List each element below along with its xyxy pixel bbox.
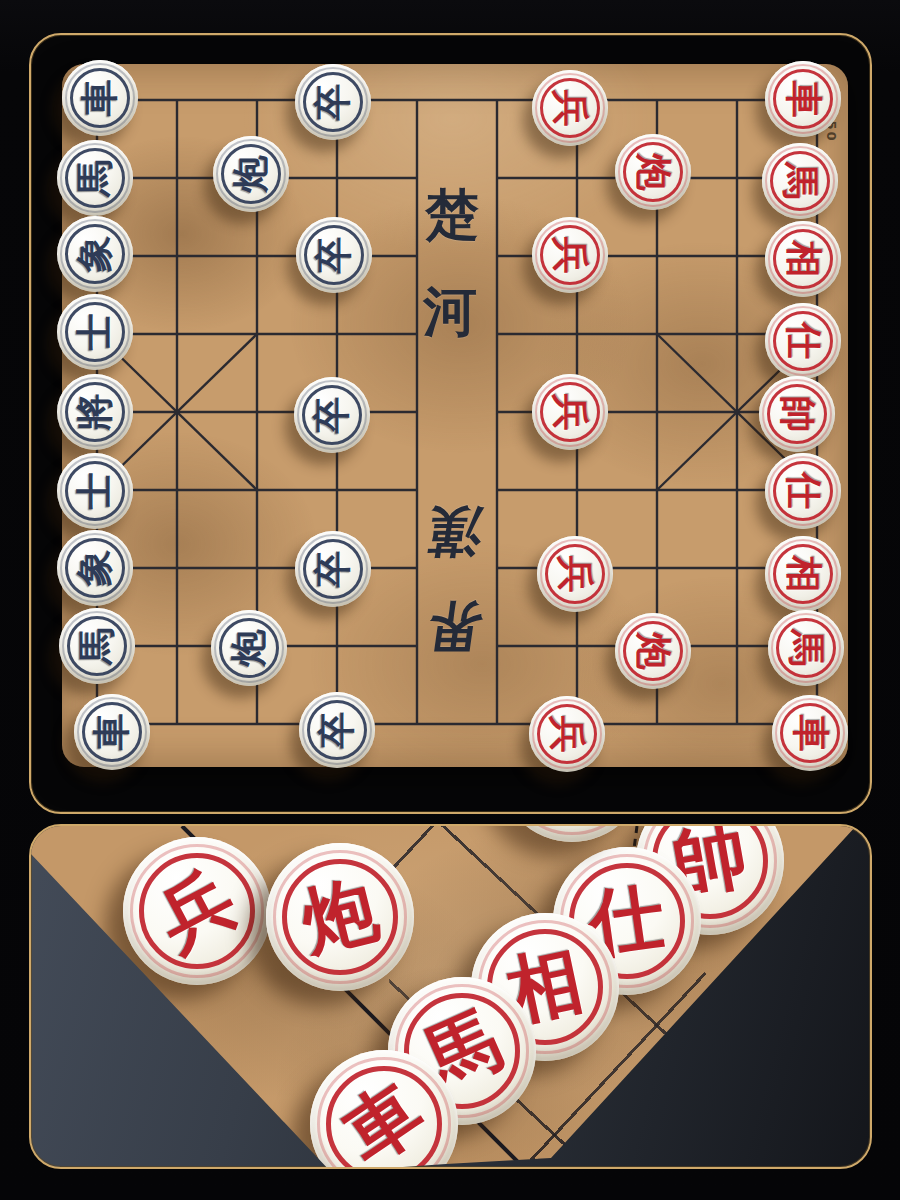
board-photo-panel: 楚河漢界 50 車馬象士將士象馬車炮炮卒卒卒卒卒兵兵兵兵兵炮炮車馬相仕帥仕相馬車 — [29, 33, 872, 814]
piece-red-general[interactable]: 帥 — [759, 376, 835, 452]
river-label-char: 楚 — [425, 188, 479, 242]
piece-black-elephant[interactable]: 象 — [57, 530, 133, 606]
page: 楚河漢界 50 車馬象士將士象馬車炮炮卒卒卒卒卒兵兵兵兵兵炮炮車馬相仕帥仕相馬車… — [0, 0, 900, 1200]
piece-character: 炮 — [213, 136, 289, 212]
piece-red-chariot[interactable]: 車 — [765, 61, 841, 137]
piece-character: 卒 — [295, 64, 371, 140]
piece-red-elephant[interactable]: 相 — [765, 221, 841, 297]
piece-character: 象 — [57, 530, 133, 606]
piece-black-cannon[interactable]: 炮 — [211, 610, 287, 686]
piece-character: 將 — [57, 374, 133, 450]
piece-character: 卒 — [294, 377, 370, 453]
piece-character: 兵 — [532, 217, 608, 293]
piece-red-advisor[interactable]: 仕 — [765, 453, 841, 529]
piece-black-soldier[interactable]: 卒 — [295, 64, 371, 140]
piece-character: 車 — [772, 695, 848, 771]
piece-black-soldier[interactable]: 卒 — [299, 692, 375, 768]
piece-black-advisor[interactable]: 士 — [57, 453, 133, 529]
xiangqi-board-mat: 楚河漢界 50 車馬象士將士象馬車炮炮卒卒卒卒卒兵兵兵兵兵炮炮車馬相仕帥仕相馬車 — [62, 64, 848, 767]
board-grid — [62, 64, 848, 767]
piece-red-soldier[interactable]: 兵 — [532, 374, 608, 450]
piece-black-horse[interactable]: 馬 — [57, 140, 133, 216]
piece-inner-ring — [514, 824, 630, 826]
piece-character: 車 — [765, 61, 841, 137]
piece-red-cannon[interactable]: 炮 — [615, 134, 691, 210]
piece-character: 馬 — [59, 608, 135, 684]
piece-character: 兵 — [532, 374, 608, 450]
closeup-piece-red-partial-piece — [498, 824, 646, 842]
piece-character: 士 — [57, 453, 133, 529]
piece-character: 帥 — [759, 376, 835, 452]
closeup-photo-panel: S 兵炮帥仕相馬車 — [29, 824, 872, 1169]
piece-character: 馬 — [57, 140, 133, 216]
piece-black-soldier[interactable]: 卒 — [294, 377, 370, 453]
river-label-char: 界 — [424, 599, 486, 653]
piece-character: 兵 — [537, 536, 613, 612]
piece-red-horse[interactable]: 馬 — [762, 143, 838, 219]
piece-red-soldier[interactable]: 兵 — [532, 217, 608, 293]
closeup-piece-red-soldier[interactable]: 兵 — [123, 837, 271, 985]
piece-character: 兵 — [532, 70, 608, 146]
piece-red-soldier[interactable]: 兵 — [537, 536, 613, 612]
piece-character: 士 — [57, 294, 133, 370]
piece-red-soldier[interactable]: 兵 — [532, 70, 608, 146]
piece-character: 馬 — [768, 610, 844, 686]
river-label-char: 河 — [423, 285, 477, 339]
piece-red-horse[interactable]: 馬 — [768, 610, 844, 686]
piece-red-cannon[interactable]: 炮 — [615, 613, 691, 689]
piece-character: 車 — [62, 60, 138, 136]
closeup-mat: S 兵炮帥仕相馬車 — [31, 826, 870, 1167]
piece-black-soldier[interactable]: 卒 — [296, 217, 372, 293]
piece-character: 卒 — [296, 217, 372, 293]
piece-character: 卒 — [299, 692, 375, 768]
piece-character: 炮 — [615, 613, 691, 689]
closeup-piece-red-cannon[interactable]: 炮 — [266, 843, 414, 991]
piece-black-elephant[interactable]: 象 — [57, 216, 133, 292]
piece-character: 仕 — [765, 453, 841, 529]
river-label-char: 漢 — [424, 504, 486, 558]
piece-character: 相 — [765, 221, 841, 297]
piece-character: 象 — [57, 216, 133, 292]
piece-character: 相 — [765, 536, 841, 612]
piece-black-horse[interactable]: 馬 — [59, 608, 135, 684]
piece-red-advisor[interactable]: 仕 — [765, 303, 841, 379]
piece-black-chariot[interactable]: 車 — [74, 694, 150, 770]
piece-character: 卒 — [295, 531, 371, 607]
piece-character: 兵 — [529, 696, 605, 772]
piece-black-chariot[interactable]: 車 — [62, 60, 138, 136]
piece-character: 炮 — [211, 610, 287, 686]
piece-black-soldier[interactable]: 卒 — [295, 531, 371, 607]
piece-character: 車 — [74, 694, 150, 770]
piece-character: 仕 — [765, 303, 841, 379]
piece-red-soldier[interactable]: 兵 — [529, 696, 605, 772]
piece-black-cannon[interactable]: 炮 — [213, 136, 289, 212]
piece-black-general[interactable]: 將 — [57, 374, 133, 450]
piece-character: 炮 — [615, 134, 691, 210]
piece-red-elephant[interactable]: 相 — [765, 536, 841, 612]
piece-red-chariot[interactable]: 車 — [772, 695, 848, 771]
piece-character: 馬 — [762, 143, 838, 219]
piece-black-advisor[interactable]: 士 — [57, 294, 133, 370]
piece-character — [498, 824, 646, 842]
